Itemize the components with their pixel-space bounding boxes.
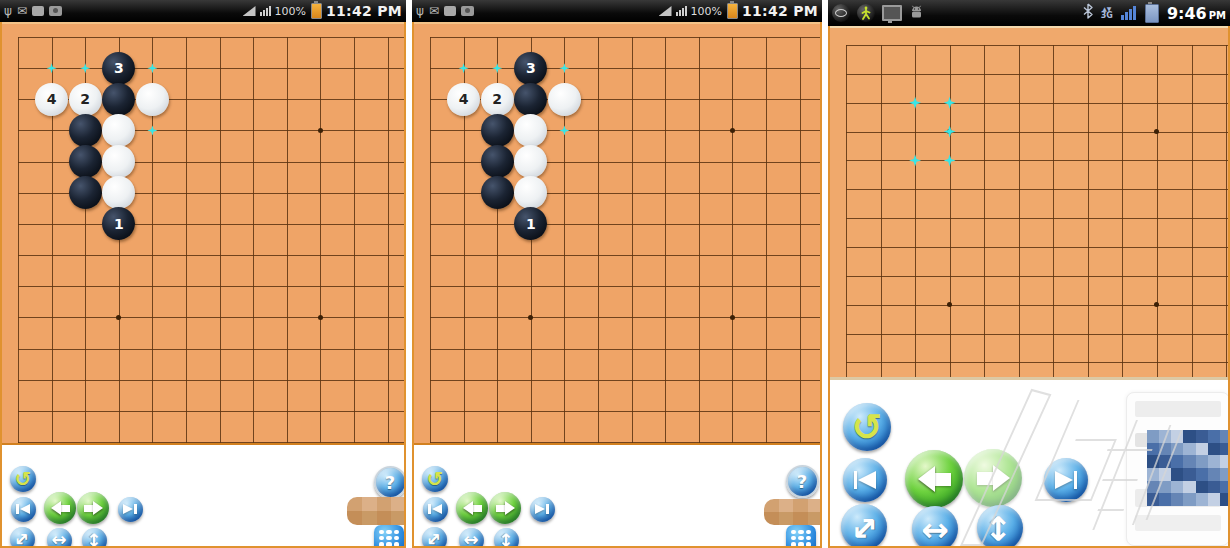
- double-arrow-icon: ↔: [85, 532, 103, 546]
- camera-icon: [461, 6, 474, 16]
- hint-mark: [944, 97, 956, 109]
- battery-percent: 100%: [691, 5, 722, 18]
- resize-vertical-button[interactable]: ↔: [494, 528, 519, 547]
- star-point: [730, 128, 735, 133]
- network-3g-icon: ▲▼ 3G: [1101, 6, 1113, 20]
- white-stone: [514, 176, 547, 209]
- question-mark-icon: ?: [797, 471, 807, 492]
- grid-line: [699, 37, 700, 443]
- white-stone: [102, 145, 135, 178]
- undo-arrow-icon: ↺: [427, 469, 444, 489]
- grid-line: [632, 37, 633, 443]
- grid-line: [800, 37, 801, 443]
- signal-icon: [676, 6, 687, 16]
- undo-button[interactable]: ↺: [843, 403, 891, 451]
- grid-line: [18, 286, 404, 287]
- block-arrow: [918, 466, 951, 492]
- hint-mark: [492, 63, 502, 73]
- double-arrow-icon: ↔: [984, 514, 1017, 542]
- hint-mark: [944, 126, 956, 138]
- usb-icon: ψ: [4, 5, 12, 17]
- grid-line: [18, 37, 19, 443]
- grid-line: [881, 45, 882, 377]
- status-bar: ψ ✉ 100% 11:42 PM: [412, 0, 822, 22]
- clock: 11:42 PM: [742, 3, 818, 19]
- wifi-icon: [659, 6, 672, 16]
- app-frame: ↺↔↔↔: [828, 26, 1230, 548]
- black-stone: [69, 176, 102, 209]
- skip-end-icon: [123, 504, 137, 514]
- walking-man-icon: [857, 4, 875, 22]
- grid-line: [846, 334, 1228, 335]
- black-stone-move-3: 3: [514, 52, 547, 85]
- resize-horizontal-button[interactable]: ↔: [912, 506, 958, 546]
- white-stone-move-4: 4: [35, 83, 68, 116]
- board-grid-button[interactable]: [786, 525, 816, 547]
- grid-line: [846, 45, 847, 377]
- double-arrow-icon: ↔: [843, 506, 886, 546]
- playback-controls: ↺↔↔↔?: [2, 445, 404, 546]
- black-stone-move-1: 1: [514, 207, 547, 240]
- black-stone: [69, 114, 102, 147]
- grid-line: [846, 74, 1228, 75]
- grid-line: [846, 276, 1228, 277]
- grid-line: [430, 224, 820, 225]
- double-arrow-icon: ↔: [463, 531, 478, 546]
- grid-line: [18, 411, 404, 412]
- block-arrow: [84, 501, 103, 515]
- go-board[interactable]: 3421: [2, 22, 404, 445]
- display-icon: [882, 5, 902, 21]
- white-stone: [548, 83, 581, 116]
- arrow-shape: [1055, 471, 1073, 489]
- grid-line: [950, 45, 951, 377]
- grid-line: [732, 37, 733, 443]
- screenshot-root: ψ ✉ 100% 11:42 PM 3421 ↺↔↔↔? ψ ✉: [0, 0, 1230, 548]
- undo-button[interactable]: ↺: [10, 466, 36, 492]
- camera-icon: [49, 6, 62, 16]
- star-point: [1154, 129, 1159, 134]
- grid-line: [18, 380, 404, 381]
- block-arrow: [51, 501, 70, 515]
- status-left-icons: [832, 4, 924, 23]
- battery-icon: [311, 3, 322, 19]
- jump-to-end-button[interactable]: [118, 497, 143, 522]
- mail-icon: ✉: [429, 5, 439, 17]
- skip-end-icon: [1055, 471, 1077, 489]
- question-mark-icon: ?: [385, 472, 395, 493]
- android-icon: [909, 4, 924, 23]
- jump-to-start-button[interactable]: [423, 497, 448, 522]
- resize-diagonal-button[interactable]: ↔: [10, 527, 35, 547]
- white-stone-move-4: 4: [447, 83, 480, 116]
- black-stone: [514, 83, 547, 116]
- clock: 9:46: [1167, 4, 1207, 23]
- grid-line: [1019, 45, 1020, 377]
- white-stone: [102, 114, 135, 147]
- chat-icon: [444, 6, 456, 16]
- grid-line: [220, 37, 221, 443]
- grid-line: [18, 442, 404, 443]
- resize-diagonal-button[interactable]: ↔: [841, 504, 887, 546]
- white-stone-move-2: 2: [481, 83, 514, 116]
- grid-line: [354, 37, 355, 443]
- arrow-shape: [432, 504, 442, 514]
- grid-line: [846, 305, 1228, 306]
- status-right-icons: 100% 11:42 PM: [243, 3, 402, 19]
- star-point: [1154, 302, 1159, 307]
- clock-meridiem: PM: [1209, 10, 1226, 21]
- grid-line: [18, 349, 404, 350]
- grid-line: [430, 286, 820, 287]
- step-forward-button[interactable]: [77, 492, 109, 524]
- grid-line: [430, 411, 820, 412]
- censored-watermark: [764, 499, 820, 525]
- grid-line: [915, 45, 916, 377]
- status-bar: ▲▼ 3G 9:46PM: [828, 0, 1230, 26]
- star-point: [947, 302, 952, 307]
- grid-line: [984, 45, 985, 377]
- skip-end-icon: [535, 504, 549, 514]
- grid-line: [186, 37, 187, 443]
- hint-mark: [909, 154, 921, 166]
- hint-mark: [80, 63, 90, 73]
- grid-line: [846, 362, 1228, 363]
- status-left-icons: ψ ✉: [4, 5, 62, 17]
- arrow-shape: [535, 504, 545, 514]
- grid-line: [665, 37, 666, 443]
- hint-mark: [459, 63, 469, 73]
- hint-mark: [909, 97, 921, 109]
- skip-start-icon: [428, 504, 442, 514]
- grid-line: [598, 37, 599, 443]
- grid-line: [846, 247, 1228, 248]
- go-board[interactable]: [830, 26, 1228, 380]
- white-stone: [102, 176, 135, 209]
- grid-line: [846, 218, 1228, 219]
- eye-icon: [832, 4, 850, 22]
- help-button[interactable]: ?: [786, 465, 819, 498]
- grid-line: [430, 37, 820, 38]
- hint-mark: [147, 125, 157, 135]
- phone-screenshot-1: ψ ✉ 100% 11:42 PM 3421 ↺↔↔↔?: [0, 0, 406, 548]
- skip-start-icon: [16, 504, 30, 514]
- white-stone: [514, 145, 547, 178]
- double-arrow-icon: ↔: [51, 531, 66, 546]
- arrow-shape: [858, 471, 876, 489]
- chat-icon: [32, 6, 44, 16]
- resize-horizontal-button[interactable]: ↔: [47, 528, 72, 547]
- status-left-icons: ψ ✉: [416, 5, 474, 17]
- grid-line: [430, 317, 820, 318]
- grid-line: [1192, 45, 1193, 377]
- grid-line: [18, 224, 404, 225]
- grid-line: [430, 349, 820, 350]
- jump-to-end-button[interactable]: [1044, 458, 1088, 502]
- hint-mark: [559, 125, 569, 135]
- grid-line: [18, 37, 404, 38]
- tablet-screenshot-3: ▲▼ 3G 9:46PM: [828, 0, 1230, 548]
- arrow-shape: [123, 504, 133, 514]
- white-stone: [514, 114, 547, 147]
- wifi-icon: [243, 6, 256, 16]
- undo-arrow-icon: ↺: [15, 469, 32, 489]
- playback-controls: ↺↔↔↔: [830, 380, 1228, 546]
- grid-line: [430, 68, 820, 69]
- double-arrow-icon: ↔: [497, 532, 515, 546]
- usb-icon: ψ: [416, 5, 424, 17]
- phone-screenshot-2: ψ ✉ 100% 11:42 PM 3421 ↺↔↔↔?: [412, 0, 822, 548]
- star-point: [116, 315, 121, 320]
- white-stone: [136, 83, 169, 116]
- hint-mark: [147, 63, 157, 73]
- double-arrow-icon: ↔: [921, 513, 949, 546]
- grid-line: [388, 37, 389, 443]
- grid-line: [1122, 45, 1123, 377]
- grid-line: [253, 37, 254, 443]
- white-stone-move-2: 2: [69, 83, 102, 116]
- app-frame: 3421 ↺↔↔↔?: [0, 22, 406, 548]
- battery-percent: 100%: [275, 5, 306, 18]
- grid-line: [846, 189, 1228, 190]
- step-back-button[interactable]: [44, 492, 76, 524]
- undo-button[interactable]: ↺: [422, 466, 448, 492]
- battery-icon: [1145, 4, 1159, 23]
- battery-icon: [727, 3, 738, 19]
- black-stone-move-1: 1: [102, 207, 135, 240]
- black-stone: [102, 83, 135, 116]
- grid-line: [846, 45, 1228, 46]
- resize-vertical-button[interactable]: ↔: [977, 505, 1023, 546]
- black-stone: [481, 145, 514, 178]
- black-stone: [481, 114, 514, 147]
- bluetooth-icon: [1083, 3, 1093, 23]
- arrow-shape: [20, 504, 30, 514]
- star-point: [318, 128, 323, 133]
- grid-line: [846, 132, 1228, 133]
- skip-start-icon: [854, 471, 876, 489]
- signal-icon: [260, 6, 271, 16]
- grid-line: [287, 37, 288, 443]
- censored-watermark: [347, 497, 404, 525]
- resize-horizontal-button[interactable]: ↔: [459, 528, 484, 547]
- step-back-button[interactable]: [456, 492, 488, 524]
- step-forward-button[interactable]: [489, 492, 521, 524]
- hint-mark: [944, 154, 956, 166]
- undo-arrow-icon: ↺: [851, 409, 882, 446]
- clock: 11:42 PM: [326, 3, 402, 19]
- hint-mark: [559, 63, 569, 73]
- block-arrow: [496, 501, 515, 515]
- grid-line: [320, 37, 321, 443]
- grid-line: [430, 37, 431, 443]
- step-back-button[interactable]: [905, 450, 963, 508]
- step-forward-button[interactable]: [964, 449, 1022, 507]
- grid-line: [18, 317, 404, 318]
- black-stone-move-3: 3: [102, 52, 135, 85]
- double-arrow-icon: ↔: [10, 527, 33, 546]
- double-arrow-icon: ↔: [422, 527, 445, 546]
- help-button[interactable]: ?: [374, 466, 405, 499]
- board-grid-button[interactable]: [374, 525, 404, 547]
- grid-line: [766, 37, 767, 443]
- censored-watermark-blue: [1147, 430, 1228, 506]
- grid-line: [430, 442, 820, 443]
- black-stone: [69, 145, 102, 178]
- grid-line: [1053, 45, 1054, 377]
- grid-line: [1157, 45, 1158, 377]
- block-arrow: [977, 465, 1010, 491]
- block-arrow: [463, 501, 482, 515]
- mail-icon: ✉: [17, 5, 27, 17]
- grid-line: [18, 68, 404, 69]
- star-point: [528, 315, 533, 320]
- app-frame: 3421 ↺↔↔↔?: [412, 22, 822, 548]
- grid-line: [1226, 45, 1227, 377]
- black-stone: [481, 176, 514, 209]
- playback-controls: ↺↔↔↔?: [414, 445, 820, 546]
- star-point: [730, 315, 735, 320]
- go-board[interactable]: 3421: [414, 22, 820, 445]
- status-right-icons: 100% 11:42 PM: [659, 3, 818, 19]
- hint-mark: [47, 63, 57, 73]
- jump-to-start-button[interactable]: [843, 458, 887, 502]
- jump-to-end-button[interactable]: [530, 497, 555, 522]
- grid-line: [430, 380, 820, 381]
- grid-line: [430, 255, 820, 256]
- status-bar: ψ ✉ 100% 11:42 PM: [0, 0, 406, 22]
- grid-line: [1088, 45, 1089, 377]
- status-right-icons: ▲▼ 3G 9:46PM: [1083, 3, 1226, 23]
- grid-line: [18, 255, 404, 256]
- grid-line: [846, 103, 1228, 104]
- jump-to-start-button[interactable]: [11, 497, 36, 522]
- star-point: [318, 315, 323, 320]
- resize-diagonal-button[interactable]: ↔: [422, 527, 447, 547]
- signal-icon: [1121, 6, 1136, 20]
- resize-vertical-button[interactable]: ↔: [82, 528, 107, 547]
- grid-line: [846, 160, 1228, 161]
